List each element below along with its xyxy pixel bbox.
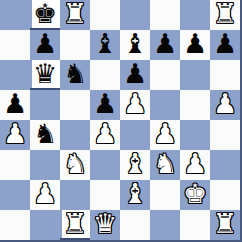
square-d1[interactable]: ♛ [90, 210, 120, 240]
square-f3[interactable]: ♞ [150, 150, 180, 180]
black-pawn[interactable]: ♟ [183, 30, 207, 59]
square-h5[interactable]: ♟ [210, 90, 240, 120]
square-e5[interactable]: ♟ [120, 90, 150, 120]
square-g7[interactable]: ♟ [180, 30, 210, 60]
square-f4[interactable]: ♟ [150, 120, 180, 150]
square-g8[interactable] [180, 0, 210, 30]
square-b1[interactable] [30, 210, 60, 240]
black-pawn[interactable]: ♟ [153, 30, 177, 59]
square-c3[interactable]: ♞ [60, 150, 90, 180]
black-king[interactable]: ♚ [33, 0, 57, 29]
square-a2[interactable] [0, 180, 30, 210]
black-knight[interactable]: ♞ [63, 60, 87, 89]
square-g4[interactable] [180, 120, 210, 150]
square-h3[interactable] [210, 150, 240, 180]
square-e2[interactable]: ♝ [120, 180, 150, 210]
square-f8[interactable] [150, 0, 180, 30]
white-knight[interactable]: ♞ [153, 150, 177, 179]
white-pawn[interactable]: ♟ [33, 180, 57, 209]
square-c1[interactable]: ♜ [60, 210, 90, 240]
square-a7[interactable] [0, 30, 30, 60]
white-rook[interactable]: ♜ [63, 0, 87, 29]
square-d4[interactable]: ♟ [90, 120, 120, 150]
square-b6[interactable]: ♛ [30, 60, 60, 90]
square-b4[interactable]: ♞ [30, 120, 60, 150]
square-f5[interactable] [150, 90, 180, 120]
white-king[interactable]: ♚ [183, 180, 207, 209]
square-g1[interactable] [180, 210, 210, 240]
black-bishop[interactable]: ♝ [123, 30, 147, 59]
square-h2[interactable] [210, 180, 240, 210]
square-b5[interactable] [30, 90, 60, 120]
square-e1[interactable] [120, 210, 150, 240]
square-f2[interactable] [150, 180, 180, 210]
square-a8[interactable] [0, 0, 30, 30]
black-pawn[interactable]: ♟ [123, 60, 147, 89]
square-e3[interactable]: ♝ [120, 150, 150, 180]
black-pawn[interactable]: ♟ [33, 30, 57, 59]
white-pawn[interactable]: ♟ [123, 90, 147, 119]
black-pawn[interactable]: ♟ [213, 30, 237, 59]
black-pawn[interactable]: ♟ [93, 90, 117, 119]
square-d3[interactable] [90, 150, 120, 180]
square-f1[interactable] [150, 210, 180, 240]
square-h4[interactable] [210, 120, 240, 150]
square-h1[interactable]: ♜ [210, 210, 240, 240]
square-e4[interactable] [120, 120, 150, 150]
square-a4[interactable]: ♟ [0, 120, 30, 150]
square-e6[interactable]: ♟ [120, 60, 150, 90]
square-g5[interactable] [180, 90, 210, 120]
white-knight[interactable]: ♞ [63, 150, 87, 179]
white-bishop[interactable]: ♝ [123, 180, 147, 209]
square-g6[interactable] [180, 60, 210, 90]
square-d5[interactable]: ♟ [90, 90, 120, 120]
square-e7[interactable]: ♝ [120, 30, 150, 60]
white-pawn[interactable]: ♟ [153, 120, 177, 149]
square-a3[interactable] [0, 150, 30, 180]
square-d8[interactable] [90, 0, 120, 30]
square-h6[interactable] [210, 60, 240, 90]
black-bishop[interactable]: ♝ [93, 30, 117, 59]
square-c5[interactable] [60, 90, 90, 120]
white-rook[interactable]: ♜ [213, 0, 237, 29]
square-b2[interactable]: ♟ [30, 180, 60, 210]
square-f6[interactable] [150, 60, 180, 90]
square-c4[interactable] [60, 120, 90, 150]
black-queen[interactable]: ♛ [33, 60, 57, 89]
white-pawn[interactable]: ♟ [183, 150, 207, 179]
white-pawn[interactable]: ♟ [93, 120, 117, 149]
square-a6[interactable] [0, 60, 30, 90]
square-b3[interactable] [30, 150, 60, 180]
square-c7[interactable] [60, 30, 90, 60]
square-a5[interactable]: ♟ [0, 90, 30, 120]
square-b7[interactable]: ♟ [30, 30, 60, 60]
white-queen[interactable]: ♛ [93, 210, 117, 239]
square-h7[interactable]: ♟ [210, 30, 240, 60]
square-a1[interactable] [0, 210, 30, 240]
square-e8[interactable] [120, 0, 150, 30]
square-d6[interactable] [90, 60, 120, 90]
black-pawn[interactable]: ♟ [3, 90, 27, 119]
black-knight[interactable]: ♞ [33, 120, 57, 149]
white-rook[interactable]: ♜ [213, 210, 237, 239]
square-d2[interactable] [90, 180, 120, 210]
square-f7[interactable]: ♟ [150, 30, 180, 60]
chess-board: ♚♜♜♟♝♝♟♟♟♛♞♟♟♟♟♟♟♞♟♟♞♝♞♟♟♝♚♜♛♜ [0, 0, 242, 242]
square-d7[interactable]: ♝ [90, 30, 120, 60]
square-b8[interactable]: ♚ [30, 0, 60, 30]
square-g2[interactable]: ♚ [180, 180, 210, 210]
square-c2[interactable] [60, 180, 90, 210]
square-h8[interactable]: ♜ [210, 0, 240, 30]
square-g3[interactable]: ♟ [180, 150, 210, 180]
square-c6[interactable]: ♞ [60, 60, 90, 90]
white-pawn[interactable]: ♟ [3, 120, 27, 149]
square-c8[interactable]: ♜ [60, 0, 90, 30]
white-rook[interactable]: ♜ [63, 210, 87, 239]
white-pawn[interactable]: ♟ [213, 90, 237, 119]
white-bishop[interactable]: ♝ [123, 150, 147, 179]
